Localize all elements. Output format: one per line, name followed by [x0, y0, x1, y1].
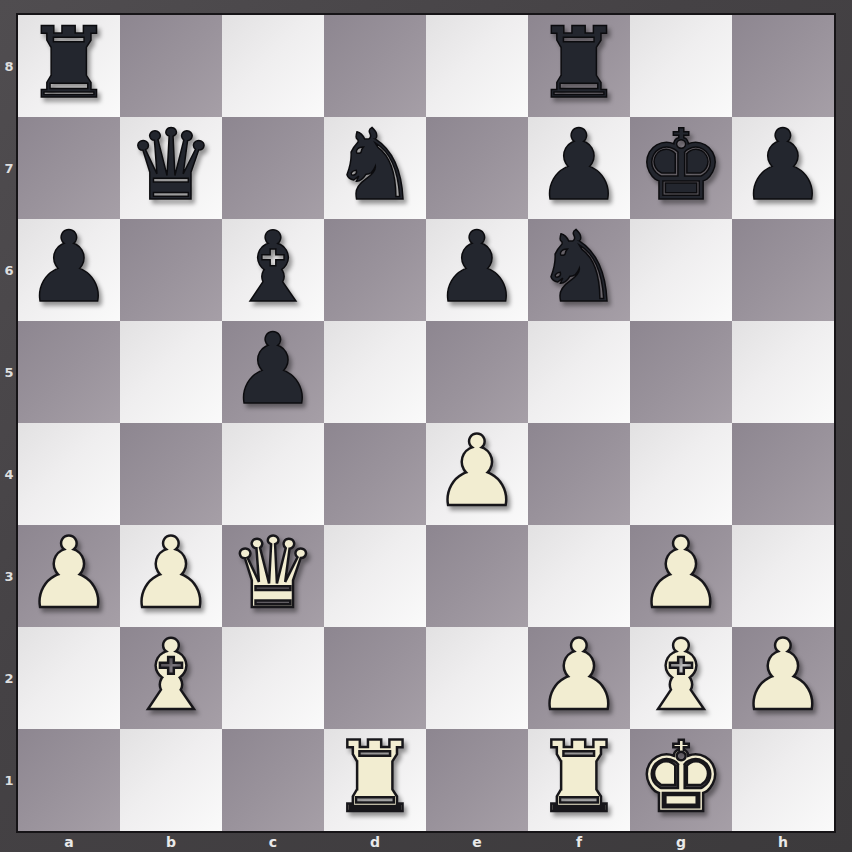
square-h6[interactable]	[732, 219, 834, 321]
square-a1[interactable]	[18, 729, 120, 831]
square-e6[interactable]: ♟	[426, 219, 528, 321]
square-d6[interactable]	[324, 219, 426, 321]
square-b8[interactable]	[120, 15, 222, 117]
square-f5[interactable]	[528, 321, 630, 423]
piece-white-king[interactable]: ♚	[637, 728, 725, 826]
square-g5[interactable]	[630, 321, 732, 423]
piece-black-pawn[interactable]: ♟	[229, 320, 317, 418]
square-b1[interactable]	[120, 729, 222, 831]
square-d4[interactable]	[324, 423, 426, 525]
square-c2[interactable]	[222, 627, 324, 729]
square-d8[interactable]	[324, 15, 426, 117]
square-h7[interactable]: ♟	[732, 117, 834, 219]
piece-white-bishop[interactable]: ♝	[127, 626, 215, 724]
piece-black-king[interactable]: ♚	[637, 116, 725, 214]
piece-black-rook[interactable]: ♜	[25, 14, 113, 112]
piece-white-rook[interactable]: ♜	[535, 728, 623, 826]
file-label-d: d	[324, 831, 426, 852]
square-c4[interactable]	[222, 423, 324, 525]
file-label-a: a	[18, 831, 120, 852]
square-d2[interactable]	[324, 627, 426, 729]
rank-label-3: 3	[0, 525, 18, 627]
square-a2[interactable]	[18, 627, 120, 729]
piece-white-pawn[interactable]: ♟	[25, 524, 113, 622]
square-g4[interactable]	[630, 423, 732, 525]
square-c6[interactable]: ♝	[222, 219, 324, 321]
piece-black-pawn[interactable]: ♟	[433, 218, 521, 316]
square-g2[interactable]: ♝	[630, 627, 732, 729]
file-label-g: g	[630, 831, 732, 852]
rank-label-7: 7	[0, 117, 18, 219]
square-a3[interactable]: ♟	[18, 525, 120, 627]
rank-label-2: 2	[0, 627, 18, 729]
piece-black-knight[interactable]: ♞	[331, 116, 419, 214]
square-f6[interactable]: ♞	[528, 219, 630, 321]
square-b2[interactable]: ♝	[120, 627, 222, 729]
square-f4[interactable]	[528, 423, 630, 525]
square-h4[interactable]	[732, 423, 834, 525]
piece-white-pawn[interactable]: ♟	[637, 524, 725, 622]
piece-white-pawn[interactable]: ♟	[535, 626, 623, 724]
square-a6[interactable]: ♟	[18, 219, 120, 321]
piece-white-pawn[interactable]: ♟	[739, 626, 827, 724]
file-label-b: b	[120, 831, 222, 852]
square-b7[interactable]: ♛	[120, 117, 222, 219]
square-e1[interactable]	[426, 729, 528, 831]
chess-board-frame: 87654321 ♜♜♛♞♟♚♟♟♝♟♞♟♟♟♟♛♟♝♟♝♟♜♜♚ abcdef…	[0, 0, 852, 852]
piece-black-queen[interactable]: ♛	[127, 116, 215, 214]
square-f1[interactable]: ♜	[528, 729, 630, 831]
square-c7[interactable]	[222, 117, 324, 219]
file-label-e: e	[426, 831, 528, 852]
square-g7[interactable]: ♚	[630, 117, 732, 219]
square-d3[interactable]	[324, 525, 426, 627]
piece-black-pawn[interactable]: ♟	[739, 116, 827, 214]
piece-white-queen[interactable]: ♛	[229, 524, 317, 622]
file-label-c: c	[222, 831, 324, 852]
piece-white-bishop[interactable]: ♝	[637, 626, 725, 724]
piece-black-pawn[interactable]: ♟	[535, 116, 623, 214]
square-c8[interactable]	[222, 15, 324, 117]
square-e8[interactable]	[426, 15, 528, 117]
rank-labels: 87654321	[0, 15, 18, 831]
square-g1[interactable]: ♚	[630, 729, 732, 831]
square-b4[interactable]	[120, 423, 222, 525]
file-labels: abcdefgh	[18, 831, 834, 852]
square-f2[interactable]: ♟	[528, 627, 630, 729]
piece-white-pawn[interactable]: ♟	[127, 524, 215, 622]
square-a7[interactable]	[18, 117, 120, 219]
square-f7[interactable]: ♟	[528, 117, 630, 219]
file-label-f: f	[528, 831, 630, 852]
square-e3[interactable]	[426, 525, 528, 627]
rank-label-5: 5	[0, 321, 18, 423]
square-h2[interactable]: ♟	[732, 627, 834, 729]
square-a4[interactable]	[18, 423, 120, 525]
square-e7[interactable]	[426, 117, 528, 219]
square-b5[interactable]	[120, 321, 222, 423]
square-c5[interactable]: ♟	[222, 321, 324, 423]
piece-black-pawn[interactable]: ♟	[25, 218, 113, 316]
square-b3[interactable]: ♟	[120, 525, 222, 627]
rank-label-6: 6	[0, 219, 18, 321]
square-f8[interactable]: ♜	[528, 15, 630, 117]
square-g8[interactable]	[630, 15, 732, 117]
square-h3[interactable]	[732, 525, 834, 627]
square-a8[interactable]: ♜	[18, 15, 120, 117]
square-g6[interactable]	[630, 219, 732, 321]
chess-board: ♜♜♛♞♟♚♟♟♝♟♞♟♟♟♟♛♟♝♟♝♟♜♜♚	[18, 15, 834, 831]
file-label-h: h	[732, 831, 834, 852]
square-c1[interactable]	[222, 729, 324, 831]
piece-black-bishop[interactable]: ♝	[229, 218, 317, 316]
square-d7[interactable]: ♞	[324, 117, 426, 219]
square-e4[interactable]: ♟	[426, 423, 528, 525]
piece-white-pawn[interactable]: ♟	[433, 422, 521, 520]
square-h8[interactable]	[732, 15, 834, 117]
square-e2[interactable]	[426, 627, 528, 729]
square-a5[interactable]	[18, 321, 120, 423]
square-f3[interactable]	[528, 525, 630, 627]
rank-label-8: 8	[0, 15, 18, 117]
square-d1[interactable]: ♜	[324, 729, 426, 831]
piece-black-knight[interactable]: ♞	[535, 218, 623, 316]
square-c3[interactable]: ♛	[222, 525, 324, 627]
square-g3[interactable]: ♟	[630, 525, 732, 627]
square-b6[interactable]	[120, 219, 222, 321]
rank-label-1: 1	[0, 729, 18, 831]
square-h5[interactable]	[732, 321, 834, 423]
square-h1[interactable]	[732, 729, 834, 831]
piece-white-rook[interactable]: ♜	[331, 728, 419, 826]
square-d5[interactable]	[324, 321, 426, 423]
piece-black-rook[interactable]: ♜	[535, 14, 623, 112]
square-e5[interactable]	[426, 321, 528, 423]
rank-label-4: 4	[0, 423, 18, 525]
